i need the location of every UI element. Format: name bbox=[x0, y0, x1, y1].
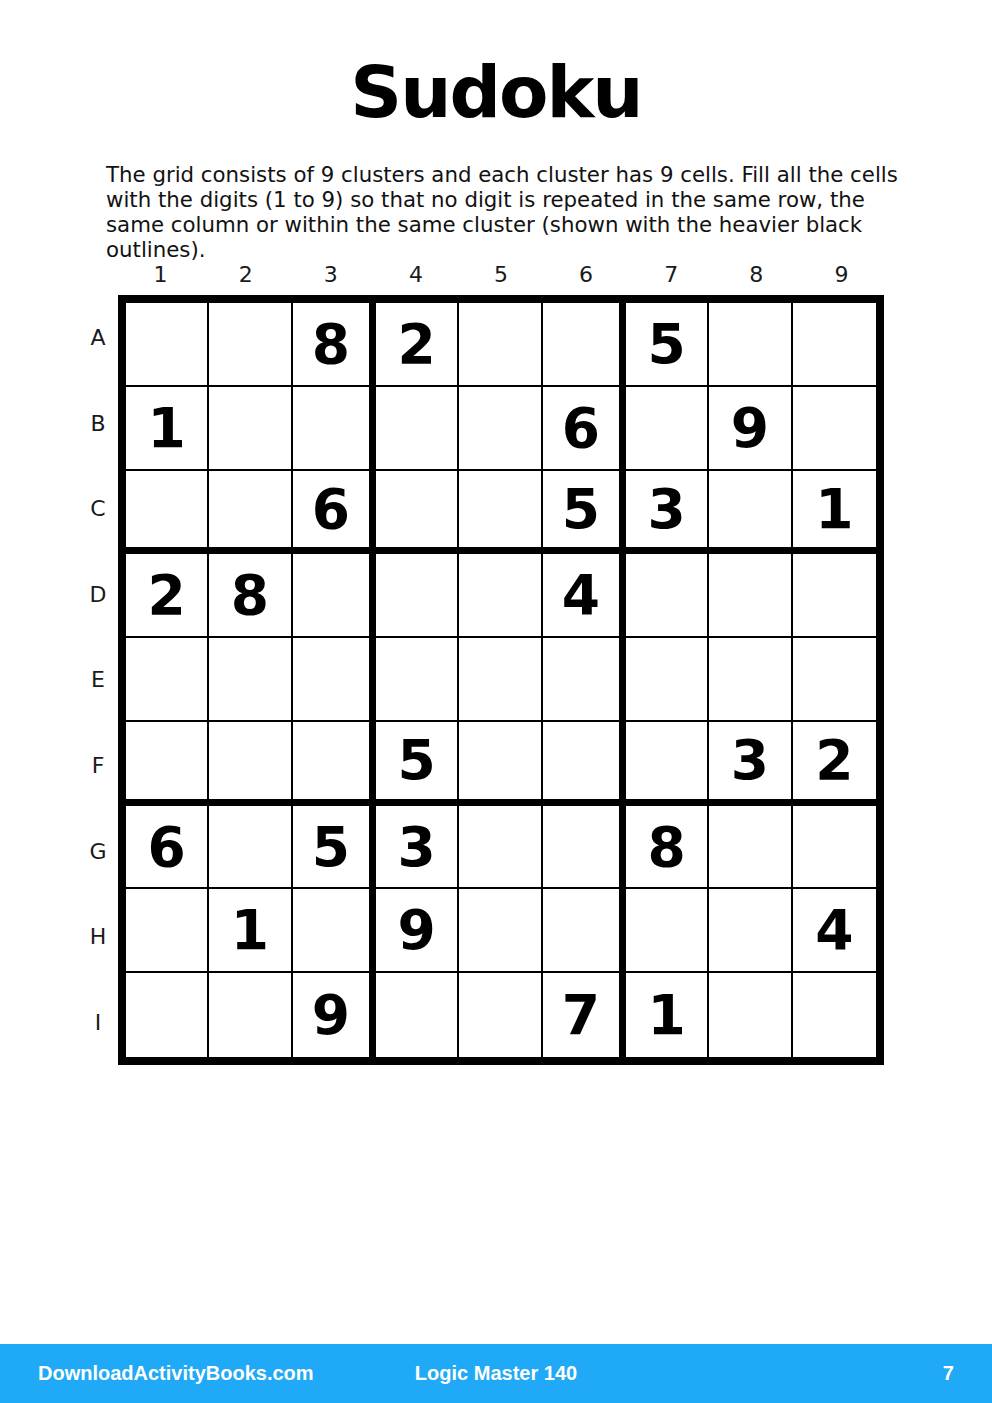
cell-B9[interactable] bbox=[793, 387, 876, 471]
cell-G2[interactable] bbox=[209, 806, 292, 890]
row-label-G: G bbox=[78, 808, 118, 894]
cell-A3: 8 bbox=[293, 303, 376, 387]
row-label-I: I bbox=[78, 979, 118, 1065]
page-title: Sudoku bbox=[0, 50, 992, 134]
cell-H3[interactable] bbox=[293, 889, 376, 973]
cell-G7: 8 bbox=[626, 806, 709, 890]
cell-D6: 4 bbox=[543, 554, 626, 638]
col-label-7: 7 bbox=[629, 262, 714, 295]
cell-A1[interactable] bbox=[126, 303, 209, 387]
row-label-B: B bbox=[78, 381, 118, 467]
cell-E1[interactable] bbox=[126, 638, 209, 722]
cell-D3[interactable] bbox=[293, 554, 376, 638]
cell-G9[interactable] bbox=[793, 806, 876, 890]
cell-B1: 1 bbox=[126, 387, 209, 471]
cell-D8[interactable] bbox=[709, 554, 792, 638]
cell-B4[interactable] bbox=[376, 387, 459, 471]
cell-H6[interactable] bbox=[543, 889, 626, 973]
cell-G5[interactable] bbox=[459, 806, 542, 890]
row-label-H: H bbox=[78, 894, 118, 980]
cell-A8[interactable] bbox=[709, 303, 792, 387]
row-label-D: D bbox=[78, 552, 118, 638]
cell-C6: 5 bbox=[543, 471, 626, 555]
cell-E8[interactable] bbox=[709, 638, 792, 722]
cell-F7[interactable] bbox=[626, 722, 709, 806]
cell-H9: 4 bbox=[793, 889, 876, 973]
cell-A9[interactable] bbox=[793, 303, 876, 387]
row-label-A: A bbox=[78, 295, 118, 381]
col-label-1: 1 bbox=[118, 262, 203, 295]
cell-B8: 9 bbox=[709, 387, 792, 471]
cell-F8: 3 bbox=[709, 722, 792, 806]
cell-A2[interactable] bbox=[209, 303, 292, 387]
col-label-2: 2 bbox=[203, 262, 288, 295]
cell-B6: 6 bbox=[543, 387, 626, 471]
cell-E4[interactable] bbox=[376, 638, 459, 722]
cell-C1[interactable] bbox=[126, 471, 209, 555]
cell-C7: 3 bbox=[626, 471, 709, 555]
cell-H5[interactable] bbox=[459, 889, 542, 973]
cell-C4[interactable] bbox=[376, 471, 459, 555]
cell-F1[interactable] bbox=[126, 722, 209, 806]
col-label-4: 4 bbox=[373, 262, 458, 295]
cell-D4[interactable] bbox=[376, 554, 459, 638]
cell-F2[interactable] bbox=[209, 722, 292, 806]
cell-I3: 9 bbox=[293, 973, 376, 1057]
cell-C8[interactable] bbox=[709, 471, 792, 555]
cell-A7: 5 bbox=[626, 303, 709, 387]
col-label-5: 5 bbox=[458, 262, 543, 295]
cell-B3[interactable] bbox=[293, 387, 376, 471]
cell-I6: 7 bbox=[543, 973, 626, 1057]
cell-A5[interactable] bbox=[459, 303, 542, 387]
cell-E6[interactable] bbox=[543, 638, 626, 722]
footer-book-title: Logic Master 140 bbox=[343, 1362, 648, 1385]
row-label-F: F bbox=[78, 723, 118, 809]
cell-I8[interactable] bbox=[709, 973, 792, 1057]
col-label-3: 3 bbox=[288, 262, 373, 295]
instructions-text: The grid consists of 9 clusters and each… bbox=[106, 163, 904, 263]
cell-D7[interactable] bbox=[626, 554, 709, 638]
cell-B2[interactable] bbox=[209, 387, 292, 471]
cell-G1: 6 bbox=[126, 806, 209, 890]
cell-I1[interactable] bbox=[126, 973, 209, 1057]
cell-C9: 1 bbox=[793, 471, 876, 555]
cell-F3[interactable] bbox=[293, 722, 376, 806]
cell-I9[interactable] bbox=[793, 973, 876, 1057]
cell-G8[interactable] bbox=[709, 806, 792, 890]
row-label-C: C bbox=[78, 466, 118, 552]
sudoku-board: 82516965312845326538194971 bbox=[118, 295, 884, 1065]
cell-E2[interactable] bbox=[209, 638, 292, 722]
cell-E3[interactable] bbox=[293, 638, 376, 722]
col-label-9: 9 bbox=[799, 262, 884, 295]
cell-I2[interactable] bbox=[209, 973, 292, 1057]
column-labels: 123456789 bbox=[118, 262, 884, 295]
footer-bar: DownloadActivityBooks.com Logic Master 1… bbox=[0, 1344, 992, 1403]
cell-G4: 3 bbox=[376, 806, 459, 890]
cell-H2: 1 bbox=[209, 889, 292, 973]
cell-F4: 5 bbox=[376, 722, 459, 806]
cell-I7: 1 bbox=[626, 973, 709, 1057]
cell-D9[interactable] bbox=[793, 554, 876, 638]
cell-H4: 9 bbox=[376, 889, 459, 973]
cell-F6[interactable] bbox=[543, 722, 626, 806]
cell-D5[interactable] bbox=[459, 554, 542, 638]
cell-H1[interactable] bbox=[126, 889, 209, 973]
sudoku-grid-area: 123456789 ABCDEFGHI 82516965312845326538… bbox=[78, 262, 884, 1065]
cell-H7[interactable] bbox=[626, 889, 709, 973]
cell-C3: 6 bbox=[293, 471, 376, 555]
cell-B7[interactable] bbox=[626, 387, 709, 471]
cell-I4[interactable] bbox=[376, 973, 459, 1057]
cell-A6[interactable] bbox=[543, 303, 626, 387]
cell-E7[interactable] bbox=[626, 638, 709, 722]
cell-E5[interactable] bbox=[459, 638, 542, 722]
cell-C5[interactable] bbox=[459, 471, 542, 555]
cell-G6[interactable] bbox=[543, 806, 626, 890]
footer-site-link[interactable]: DownloadActivityBooks.com bbox=[38, 1362, 343, 1385]
cell-C2[interactable] bbox=[209, 471, 292, 555]
cell-A4: 2 bbox=[376, 303, 459, 387]
cell-F9: 2 bbox=[793, 722, 876, 806]
cell-H8[interactable] bbox=[709, 889, 792, 973]
cell-F5[interactable] bbox=[459, 722, 542, 806]
cell-D2: 8 bbox=[209, 554, 292, 638]
col-label-8: 8 bbox=[714, 262, 799, 295]
cell-I5[interactable] bbox=[459, 973, 542, 1057]
cell-B5[interactable] bbox=[459, 387, 542, 471]
footer-page-number: 7 bbox=[649, 1362, 954, 1385]
row-label-E: E bbox=[78, 637, 118, 723]
cell-D1: 2 bbox=[126, 554, 209, 638]
cell-G3: 5 bbox=[293, 806, 376, 890]
cell-E9[interactable] bbox=[793, 638, 876, 722]
col-label-6: 6 bbox=[544, 262, 629, 295]
row-labels: ABCDEFGHI bbox=[78, 295, 118, 1065]
